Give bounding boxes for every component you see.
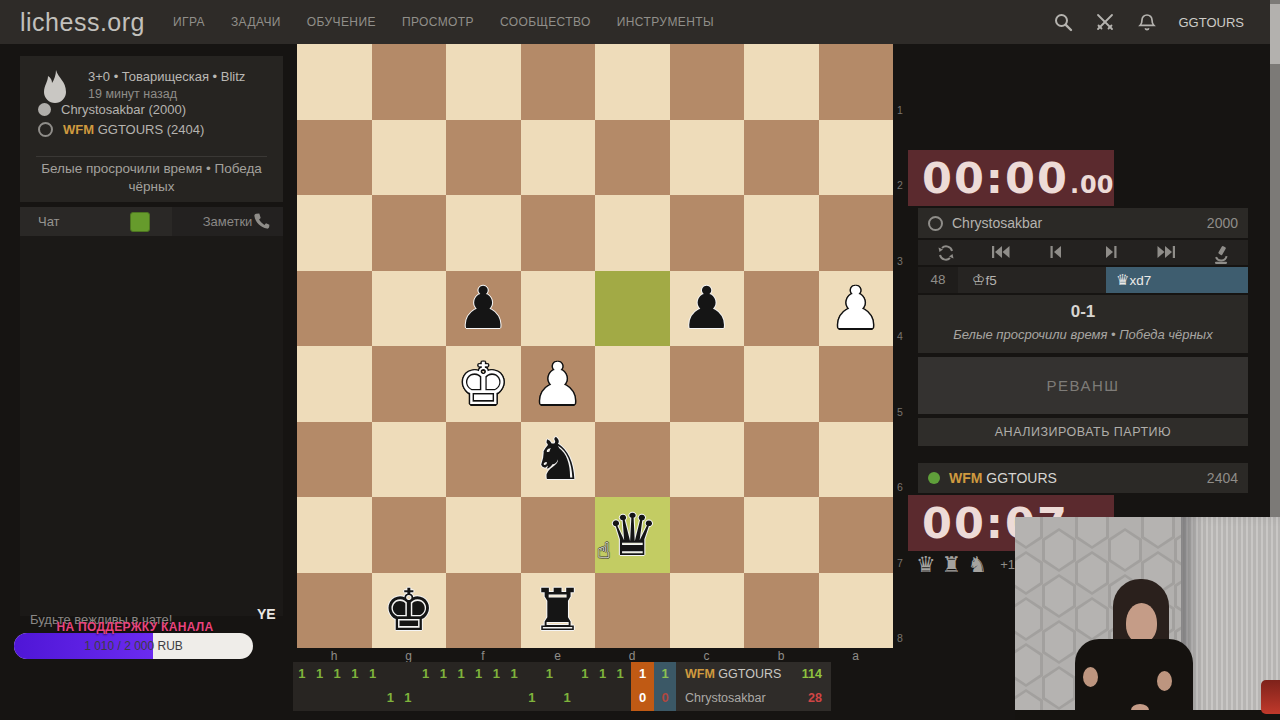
nav-item-обучение[interactable]: ОБУЧЕНИЕ xyxy=(307,15,376,29)
rank-label-5: 5 xyxy=(897,406,911,418)
nav-item-сообщество[interactable]: СООБЩЕСТВО xyxy=(500,15,591,29)
captured-rook-icon: ♜ xyxy=(942,552,962,577)
square-g2[interactable] xyxy=(372,120,447,196)
game-info-box: 3+0 • Товарищеская • Blitz 19 минут наза… xyxy=(20,56,283,202)
square-d5[interactable] xyxy=(595,346,670,422)
move-time-cell: 1 xyxy=(576,662,594,686)
black-player-name-rating: WFM GGTOURS (2404) xyxy=(63,122,204,137)
hexagon-pattern-cell xyxy=(1042,528,1076,572)
piece-black-king[interactable]: ♚ xyxy=(383,581,435,639)
divider xyxy=(36,156,267,157)
main-menu: ИГРАЗАДАЧИОБУЧЕНИЕПРОСМОТРСООБЩЕСТВОИНСТ… xyxy=(173,15,714,29)
square-b4[interactable] xyxy=(744,271,819,347)
piece-white-pawn[interactable]: ♟ xyxy=(532,355,584,413)
rank-label-1: 1 xyxy=(897,104,911,116)
move-time-cell: 1 xyxy=(346,662,364,686)
square-h2[interactable] xyxy=(297,120,372,196)
hand-cursor-icon: ☝ xyxy=(597,538,610,563)
chat-message-area[interactable] xyxy=(20,236,283,616)
move-time-cell xyxy=(381,662,399,686)
square-h6[interactable] xyxy=(297,422,372,498)
move-time-cell: 1 xyxy=(452,662,470,686)
move-time-cell xyxy=(611,686,629,710)
red-object xyxy=(1261,680,1280,714)
chat-toggle-checkbox[interactable] xyxy=(130,212,150,232)
flip-cycle-icon[interactable] xyxy=(936,245,956,261)
square-c5[interactable] xyxy=(670,346,745,422)
white-player-name: Chrystosakbar xyxy=(952,215,1042,231)
stream-support-label: НА ПОДДЕРЖКУ КАНАЛА xyxy=(0,620,270,634)
scrollbar-thumb[interactable] xyxy=(1270,4,1280,64)
square-f3[interactable] xyxy=(446,195,521,271)
square-e5[interactable]: ♟ xyxy=(521,346,596,422)
first-move-icon[interactable] xyxy=(991,245,1011,261)
hexagon-pattern-cell xyxy=(1015,643,1043,687)
game-result-text: Белые просрочили время • Победа чёрных xyxy=(30,160,273,196)
shoulder-cutout xyxy=(1083,667,1098,687)
square-d6[interactable] xyxy=(595,422,670,498)
square-b5[interactable] xyxy=(744,346,819,422)
move-time-cell xyxy=(417,686,435,710)
file-label-a: a xyxy=(819,649,893,663)
black-queen-move-glyph: ♛ xyxy=(1116,271,1129,289)
square-h7[interactable] xyxy=(297,497,372,573)
piece-black-queen[interactable]: ♛ xyxy=(606,506,658,564)
next-move-icon[interactable] xyxy=(1101,245,1121,261)
top-nav: lichess.org ИГРАЗАДАЧИОБУЧЕНИЕПРОСМОТРСО… xyxy=(0,0,1280,44)
square-e4[interactable] xyxy=(521,271,596,347)
blue-bottom-value: 0 xyxy=(654,686,676,710)
rank-label-8: 8 xyxy=(897,632,911,644)
square-g4[interactable] xyxy=(372,271,447,347)
move-time-cell xyxy=(346,686,364,710)
square-c4[interactable]: ♟ xyxy=(670,271,745,347)
rank-label-3: 3 xyxy=(897,255,911,267)
square-d8[interactable] xyxy=(595,573,670,649)
username-menu[interactable]: GGTOURS xyxy=(1179,15,1245,30)
square-c6[interactable] xyxy=(670,422,745,498)
square-g7[interactable] xyxy=(372,497,447,573)
square-f2[interactable] xyxy=(446,120,521,196)
orange-bottom-value: 0 xyxy=(631,686,654,710)
move-time-cell xyxy=(399,662,417,686)
streamer-face xyxy=(1126,603,1157,643)
move-time-cell: 1 xyxy=(311,662,329,686)
square-f6[interactable] xyxy=(446,422,521,498)
square-d3[interactable] xyxy=(595,195,670,271)
white-player-row[interactable]: Chrystosakbar 2000 xyxy=(918,208,1248,238)
move-time-cell: 1 xyxy=(417,662,435,686)
square-c7[interactable] xyxy=(670,497,745,573)
square-b6[interactable] xyxy=(744,422,819,498)
analyze-game-button[interactable]: АНАЛИЗИРОВАТЬ ПАРТИЮ xyxy=(918,418,1248,446)
square-e1[interactable] xyxy=(521,44,596,120)
square-h4[interactable] xyxy=(297,271,372,347)
square-e7[interactable] xyxy=(521,497,596,573)
move-time-cell xyxy=(470,686,488,710)
stream-overlay-partial-text: YE xyxy=(257,606,276,622)
hexagon-pattern-cell xyxy=(1075,517,1109,549)
rank-label-6: 6 xyxy=(897,481,911,493)
square-b3[interactable] xyxy=(744,195,819,271)
move-time-cell xyxy=(523,662,541,686)
move-time-cell xyxy=(328,686,346,710)
captured-piece-icons: ♛♜♞ xyxy=(916,552,993,577)
overlay-player-value: 28 xyxy=(808,686,822,710)
game-time-ago: 19 минут назад xyxy=(88,87,177,101)
overlay-player-names: WFM GGTOURS 114 Chrystosakbar 28 xyxy=(676,662,831,711)
square-c2[interactable] xyxy=(670,120,745,196)
overlay-player-row: Chrystosakbar 28 xyxy=(676,686,831,710)
black-player-row[interactable]: WFM GGTOURS 2404 xyxy=(918,463,1248,493)
black-player-line[interactable]: WFM GGTOURS (2404) xyxy=(38,122,204,137)
hexagon-pattern-cell xyxy=(1015,551,1043,595)
move-time-cell xyxy=(594,686,612,710)
square-c3[interactable] xyxy=(670,195,745,271)
square-h3[interactable] xyxy=(297,195,372,271)
black-move-selected[interactable]: ♛xd7 xyxy=(1106,267,1248,293)
move-time-cell: 1 xyxy=(381,686,399,710)
overlay-player-value: 114 xyxy=(802,662,822,686)
move-time-cell: 1 xyxy=(541,662,559,686)
square-f4[interactable]: ♟ xyxy=(446,271,521,347)
square-f8[interactable] xyxy=(446,573,521,649)
move-times-grid: 1111111111111111111 xyxy=(293,662,631,711)
square-g1[interactable] xyxy=(372,44,447,120)
move-time-cell: 1 xyxy=(488,662,506,686)
square-d1[interactable] xyxy=(595,44,670,120)
last-move-icon[interactable] xyxy=(1156,245,1176,261)
square-d4[interactable] xyxy=(595,271,670,347)
summary-blue-column: 1 0 xyxy=(654,662,676,711)
white-player-name-rating: Chrystosakbar (2000) xyxy=(61,102,186,117)
hexagon-pattern-cell xyxy=(1042,666,1076,710)
move-time-cell xyxy=(488,686,506,710)
square-a2[interactable] xyxy=(819,120,894,196)
hexagon-pattern-cell xyxy=(1015,597,1043,641)
result-score: 0-1 xyxy=(918,302,1248,322)
square-b1[interactable] xyxy=(744,44,819,120)
lichess-logo[interactable]: lichess.org xyxy=(20,8,145,37)
online-dot-icon xyxy=(928,472,940,484)
square-b2[interactable] xyxy=(744,120,819,196)
previous-move-icon[interactable] xyxy=(1046,245,1066,261)
file-label-c: c xyxy=(670,649,744,663)
square-h8[interactable] xyxy=(297,573,372,649)
move-time-cell xyxy=(452,686,470,710)
file-label-g: g xyxy=(372,649,446,663)
square-g5[interactable] xyxy=(372,346,447,422)
hexagon-pattern-cell xyxy=(1015,517,1043,549)
challenge-crossed-swords-icon[interactable] xyxy=(1095,12,1115,32)
move-time-cell: 1 xyxy=(505,662,523,686)
file-label-d: d xyxy=(595,649,669,663)
white-king-move-glyph: ♔ xyxy=(972,271,985,289)
analysis-microscope-icon[interactable] xyxy=(1211,245,1231,261)
black-player-name: WFM GGTOURS xyxy=(949,470,1057,486)
piece-black-pawn[interactable]: ♟ xyxy=(457,279,509,337)
hexagon-pattern-cell xyxy=(1141,517,1175,549)
move-times-overlay: 1111111111111111111 1 0 1 0 WFM GGTOURS … xyxy=(293,662,831,711)
result-block: 0-1 Белые просрочили время • Победа чёрн… xyxy=(918,295,1248,353)
rematch-button[interactable]: РЕВАНШ xyxy=(918,357,1248,414)
captured-queen-icon: ♛ xyxy=(916,552,936,577)
square-e8[interactable]: ♜ xyxy=(521,573,596,649)
shoulder-cutout xyxy=(1157,671,1172,691)
move-time-cell: 1 xyxy=(364,662,382,686)
nav-item-просмотр[interactable]: ПРОСМОТР xyxy=(402,15,474,29)
move-number: 48 xyxy=(918,267,958,293)
file-label-e: e xyxy=(521,649,595,663)
square-b8[interactable] xyxy=(744,573,819,649)
captured-pieces-row: ♛♜♞ +17 xyxy=(916,552,1022,577)
square-b7[interactable] xyxy=(744,497,819,573)
hexagon-pattern-cell xyxy=(1075,597,1109,641)
tab-notes-label: Заметки xyxy=(203,214,253,229)
nav-item-игра[interactable]: ИГРА xyxy=(173,15,205,29)
white-clock: 00:00.00 xyxy=(908,150,1114,206)
nav-item-задачи[interactable]: ЗАДАЧИ xyxy=(231,15,281,29)
search-icon[interactable] xyxy=(1053,12,1073,32)
square-h5[interactable] xyxy=(297,346,372,422)
bell-icon[interactable] xyxy=(1137,12,1157,32)
square-e2[interactable] xyxy=(521,120,596,196)
move-time-cell: 1 xyxy=(523,686,541,710)
summary-orange-column: 1 0 xyxy=(631,662,654,711)
square-e3[interactable] xyxy=(521,195,596,271)
result-reason-text: Белые просрочили время • Победа чёрных xyxy=(918,327,1248,342)
offline-circle-icon xyxy=(928,216,943,231)
square-g3[interactable] xyxy=(372,195,447,271)
square-d2[interactable] xyxy=(595,120,670,196)
nav-right-cluster: GGTOURS xyxy=(1053,12,1245,32)
desk-edge xyxy=(1015,710,1280,720)
hexagon-pattern-cell xyxy=(1075,551,1109,595)
move-time-cell: 1 xyxy=(293,662,311,686)
black-player-circle-icon xyxy=(38,122,53,137)
square-a1[interactable] xyxy=(819,44,894,120)
lichess-game-page: lichess.org ИГРАЗАДАЧИОБУЧЕНИЕПРОСМОТРСО… xyxy=(0,0,1280,720)
overlay-player-row: WFM GGTOURS 114 xyxy=(676,662,831,686)
wfm-title: WFM xyxy=(63,122,94,137)
rank-label-4: 4 xyxy=(897,330,911,342)
square-e6[interactable]: ♞ xyxy=(521,422,596,498)
square-g6[interactable] xyxy=(372,422,447,498)
square-a5[interactable] xyxy=(819,346,894,422)
tab-chat[interactable]: Чат xyxy=(20,207,172,236)
tab-chat-label: Чат xyxy=(38,214,60,229)
move-time-cell xyxy=(435,686,453,710)
hexagon-pattern-cell xyxy=(1042,574,1076,618)
move-time-cell xyxy=(576,686,594,710)
move-time-cell: 1 xyxy=(470,662,488,686)
move-time-cell xyxy=(364,686,382,710)
square-h1[interactable] xyxy=(297,44,372,120)
square-c1[interactable] xyxy=(670,44,745,120)
blue-top-value: 1 xyxy=(654,662,676,686)
hexagon-pattern-cell xyxy=(1108,528,1142,572)
move-time-cell xyxy=(558,662,576,686)
square-a4[interactable]: ♟ xyxy=(819,271,894,347)
move-time-cell: 1 xyxy=(594,662,612,686)
nav-item-инструменты[interactable]: ИНСТРУМЕНТЫ xyxy=(617,15,714,29)
move-time-cell: 1 xyxy=(328,662,346,686)
square-a3[interactable] xyxy=(819,195,894,271)
white-player-dot-icon xyxy=(38,103,51,116)
move-time-cell: 1 xyxy=(399,686,417,710)
black-player-rating: 2404 xyxy=(1207,470,1238,486)
chess-board[interactable]: ♟♟♟♚♟♞♛☝♚♜ xyxy=(297,44,893,648)
captured-knight-icon: ♞ xyxy=(967,552,987,577)
move-time-cell xyxy=(505,686,523,710)
square-a6[interactable] xyxy=(819,422,894,498)
move-list-row: 48 ♔f5 ♛xd7 xyxy=(918,267,1248,293)
move-time-cell xyxy=(311,686,329,710)
square-d7[interactable]: ♛☝ xyxy=(595,497,670,573)
white-player-rating: 2000 xyxy=(1207,215,1238,231)
move-time-cell xyxy=(293,686,311,710)
move-navigation-bar xyxy=(918,240,1248,265)
game-time-control: 3+0 • Товарищеская • Blitz xyxy=(88,69,245,84)
white-move[interactable]: ♔f5 xyxy=(958,267,1106,293)
piece-white-king[interactable]: ♚ xyxy=(457,355,509,413)
piece-black-pawn[interactable]: ♟ xyxy=(681,279,733,337)
piece-white-pawn[interactable]: ♟ xyxy=(830,279,882,337)
square-a8[interactable] xyxy=(819,573,894,649)
file-label-f: f xyxy=(446,649,520,663)
square-f5[interactable]: ♚ xyxy=(446,346,521,422)
donation-progress-bar: 1 010 / 2 000 RUB xyxy=(14,633,253,659)
piece-black-knight[interactable]: ♞ xyxy=(532,430,584,488)
white-player-line[interactable]: Chrystosakbar (2000) xyxy=(38,102,186,117)
move-time-cell: 1 xyxy=(435,662,453,686)
file-label-b: b xyxy=(744,649,818,663)
move-time-cell xyxy=(541,686,559,710)
orange-top-value: 1 xyxy=(631,662,654,686)
square-f7[interactable] xyxy=(446,497,521,573)
file-label-h: h xyxy=(297,649,371,663)
piece-black-rook[interactable]: ♜ xyxy=(532,581,584,639)
square-c8[interactable] xyxy=(670,573,745,649)
move-time-cell: 1 xyxy=(558,686,576,710)
hexagon-pattern-cell xyxy=(1042,620,1076,664)
streamer-webcam xyxy=(1015,517,1280,720)
square-f1[interactable] xyxy=(446,44,521,120)
square-g8[interactable]: ♚ xyxy=(372,573,447,649)
donation-progress-text: 1 010 / 2 000 RUB xyxy=(14,633,253,659)
phone-icon[interactable] xyxy=(252,211,272,231)
square-a7[interactable] xyxy=(819,497,894,573)
move-time-cell: 1 xyxy=(611,662,629,686)
rank-label-7: 7 xyxy=(897,557,911,569)
